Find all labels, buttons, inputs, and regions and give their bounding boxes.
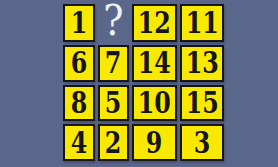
tile-number: 8	[71, 88, 88, 118]
tile-r0c2[interactable]: 12	[132, 4, 176, 42]
tile-r2c1[interactable]: 5	[98, 85, 130, 122]
tile-r1c0[interactable]: 6	[63, 45, 95, 82]
tile-number: 7	[105, 48, 122, 78]
tile-number: 1	[71, 8, 88, 38]
tile-r1c3[interactable]: 13	[180, 45, 224, 82]
tile-number: 4	[71, 128, 88, 158]
tile-number: 3	[194, 128, 211, 158]
tile-number: 9	[146, 128, 163, 158]
tile-number: 2	[105, 128, 122, 158]
puzzle-grid: 1?12116714138510154293	[63, 4, 224, 161]
tile-number: 5	[105, 88, 122, 118]
tile-r2c3[interactable]: 15	[180, 85, 224, 122]
puzzle-stage: 1?12116714138510154293	[0, 0, 278, 167]
tile-r0c0[interactable]: 1	[63, 4, 95, 42]
tile-r2c2[interactable]: 10	[132, 85, 176, 122]
tile-r1c1[interactable]: 7	[98, 45, 130, 82]
tile-r3c2[interactable]: 9	[132, 124, 176, 161]
tile-r1c2[interactable]: 14	[132, 45, 176, 82]
tile-number: 6	[71, 48, 88, 78]
tile-number: 13	[185, 48, 218, 78]
tile-number: 15	[185, 88, 218, 118]
tile-number: 10	[138, 88, 171, 118]
missing-cell[interactable]: ?	[98, 4, 130, 42]
question-mark: ?	[103, 0, 123, 42]
tile-r0c3[interactable]: 11	[180, 4, 224, 42]
tile-r3c1[interactable]: 2	[98, 124, 130, 161]
tile-r2c0[interactable]: 8	[63, 85, 95, 122]
tile-r3c0[interactable]: 4	[63, 124, 95, 161]
tile-number: 14	[138, 48, 171, 78]
tile-number: 12	[138, 8, 171, 38]
tile-number: 11	[185, 8, 218, 38]
tile-r3c3[interactable]: 3	[180, 124, 224, 161]
